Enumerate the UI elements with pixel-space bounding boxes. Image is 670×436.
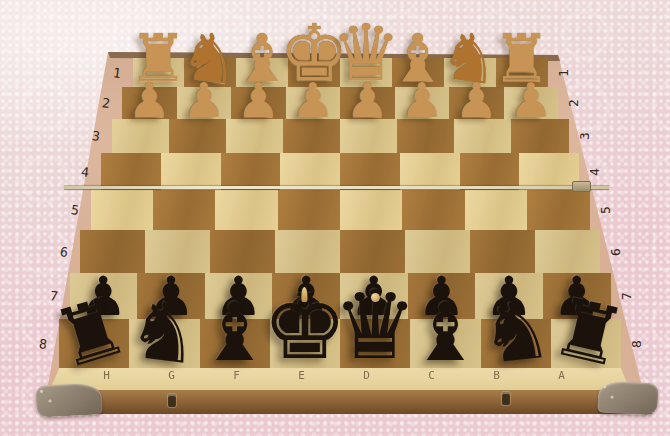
square-a8[interactable]: ♜ bbox=[551, 319, 621, 368]
piece-black-knight[interactable]: ♞ bbox=[124, 289, 205, 377]
square-b2[interactable]: ♟ bbox=[449, 87, 504, 119]
square-e8[interactable]: ♚ bbox=[270, 319, 340, 368]
rank-3: 33 bbox=[112, 119, 569, 153]
rank-label-right-3: 3 bbox=[578, 132, 591, 140]
corner-cap-left-icon bbox=[35, 382, 103, 417]
front-hinge-icon bbox=[502, 392, 510, 405]
rank-5: 55 bbox=[91, 190, 590, 230]
square-b4[interactable] bbox=[460, 153, 520, 190]
rank-label-right-1: 1 bbox=[557, 69, 570, 77]
corner-cap-right-icon bbox=[597, 380, 659, 415]
piece-white-pawn[interactable]: ♟ bbox=[128, 76, 171, 124]
square-b5[interactable] bbox=[465, 190, 527, 230]
square-d2[interactable]: ♟ bbox=[340, 87, 395, 119]
rank-label-left-4: 4 bbox=[80, 165, 90, 179]
square-c8[interactable]: ♝ bbox=[410, 319, 480, 368]
piece-white-pawn[interactable]: ♟ bbox=[346, 76, 389, 124]
piece-white-pawn[interactable]: ♟ bbox=[291, 76, 334, 124]
seam-hinge-icon bbox=[572, 181, 591, 192]
piece-white-pawn[interactable]: ♟ bbox=[400, 76, 443, 124]
fold-seam bbox=[64, 186, 609, 189]
square-g5[interactable] bbox=[153, 190, 215, 230]
square-d8[interactable]: ♛ bbox=[340, 319, 410, 368]
square-e4[interactable] bbox=[280, 153, 340, 190]
rank-4: 44 bbox=[101, 153, 579, 190]
square-a5[interactable] bbox=[527, 190, 589, 230]
square-b8[interactable]: ♞ bbox=[481, 319, 551, 368]
square-c4[interactable] bbox=[400, 153, 460, 190]
rank-label-right-6: 6 bbox=[610, 248, 623, 256]
square-g4[interactable] bbox=[161, 153, 221, 190]
square-d5[interactable] bbox=[340, 190, 402, 230]
rank-label-left-6: 6 bbox=[59, 245, 69, 259]
piece-black-bishop[interactable]: ♝ bbox=[199, 293, 271, 373]
rank-label-right-8: 8 bbox=[631, 340, 644, 348]
square-f4[interactable] bbox=[221, 153, 281, 190]
square-g2[interactable]: ♟ bbox=[177, 87, 232, 119]
queen-wood-finial bbox=[371, 293, 380, 302]
piece-white-pawn[interactable]: ♟ bbox=[237, 76, 280, 124]
front-hinge-icon bbox=[168, 394, 176, 407]
piece-white-pawn[interactable]: ♟ bbox=[182, 76, 225, 124]
square-f2[interactable]: ♟ bbox=[231, 87, 286, 119]
piece-white-pawn[interactable]: ♟ bbox=[455, 76, 498, 124]
rank-label-left-5: 5 bbox=[70, 203, 80, 217]
rank-label-left-3: 3 bbox=[91, 129, 101, 143]
rank-label-left-2: 2 bbox=[101, 96, 111, 110]
rank-label-right-2: 2 bbox=[568, 99, 581, 107]
rank-label-right-4: 4 bbox=[589, 168, 602, 176]
piece-black-knight[interactable]: ♞ bbox=[476, 289, 556, 376]
piece-white-pawn[interactable]: ♟ bbox=[509, 76, 552, 124]
rank-label-left-8: 8 bbox=[38, 337, 48, 351]
piece-black-queen[interactable]: ♛ bbox=[333, 278, 418, 373]
square-c2[interactable]: ♟ bbox=[395, 87, 450, 119]
piece-black-bishop[interactable]: ♝ bbox=[410, 293, 482, 373]
square-g8[interactable]: ♞ bbox=[129, 319, 199, 368]
chess-set-photo: HGFEDCBA 1♜♞♝♚♛♝♞♜12♟♟♟♟♟♟♟♟2334455667♟♟… bbox=[0, 0, 670, 436]
king-wood-finial bbox=[302, 287, 308, 302]
square-f5[interactable] bbox=[215, 190, 277, 230]
chess-board: 1♜♞♝♚♛♝♞♜12♟♟♟♟♟♟♟♟2334455667♟♟♟♟♟♟♟♟78♜… bbox=[59, 58, 621, 368]
square-h5[interactable] bbox=[91, 190, 153, 230]
rank-label-left-1: 1 bbox=[112, 66, 122, 80]
square-a4[interactable] bbox=[519, 153, 579, 190]
board-front-face bbox=[40, 390, 652, 414]
square-d4[interactable] bbox=[340, 153, 400, 190]
square-e5[interactable] bbox=[278, 190, 340, 230]
rank-label-right-5: 5 bbox=[599, 206, 612, 214]
square-h8[interactable]: ♜ bbox=[59, 319, 129, 368]
square-f8[interactable]: ♝ bbox=[200, 319, 270, 368]
square-h2[interactable]: ♟ bbox=[122, 87, 177, 119]
square-h4[interactable] bbox=[101, 153, 161, 190]
square-e2[interactable]: ♟ bbox=[286, 87, 341, 119]
rank-8: 8♜♞♝♚♛♝♞♜8 bbox=[59, 319, 621, 368]
square-c5[interactable] bbox=[402, 190, 464, 230]
square-a2[interactable]: ♟ bbox=[504, 87, 559, 119]
